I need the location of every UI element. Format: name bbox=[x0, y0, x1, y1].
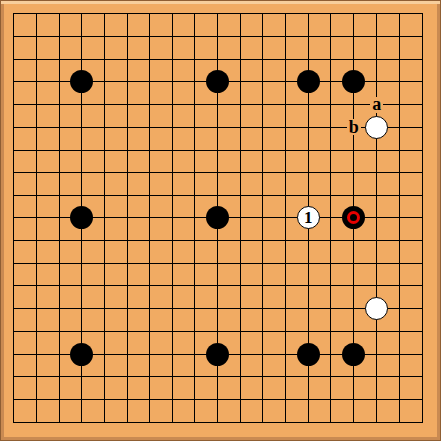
intersection bbox=[3, 93, 26, 116]
intersection bbox=[161, 229, 184, 252]
intersection bbox=[297, 366, 320, 389]
intersection bbox=[297, 116, 320, 139]
intersection bbox=[138, 184, 161, 207]
intersection bbox=[320, 25, 343, 48]
intersection bbox=[342, 411, 365, 434]
intersection bbox=[161, 320, 184, 343]
intersection bbox=[3, 184, 26, 207]
intersection bbox=[229, 366, 252, 389]
intersection bbox=[183, 161, 206, 184]
intersection bbox=[93, 388, 116, 411]
intersection bbox=[411, 139, 434, 162]
intersection bbox=[320, 48, 343, 71]
intersection bbox=[411, 366, 434, 389]
intersection bbox=[25, 3, 48, 26]
intersection bbox=[116, 25, 139, 48]
intersection bbox=[411, 206, 434, 229]
intersection bbox=[25, 297, 48, 320]
intersection bbox=[116, 343, 139, 366]
intersection bbox=[365, 320, 388, 343]
intersection bbox=[183, 139, 206, 162]
intersection bbox=[297, 388, 320, 411]
intersection bbox=[388, 116, 411, 139]
intersection bbox=[229, 48, 252, 71]
intersection bbox=[411, 275, 434, 298]
intersection bbox=[252, 275, 275, 298]
intersection bbox=[365, 48, 388, 71]
intersection bbox=[48, 275, 71, 298]
intersection bbox=[388, 139, 411, 162]
intersection bbox=[229, 184, 252, 207]
intersection bbox=[252, 411, 275, 434]
intersection bbox=[116, 275, 139, 298]
intersection bbox=[320, 388, 343, 411]
intersection bbox=[297, 139, 320, 162]
intersection bbox=[297, 161, 320, 184]
intersection bbox=[93, 70, 116, 93]
intersection bbox=[138, 366, 161, 389]
intersection bbox=[320, 252, 343, 275]
intersection bbox=[206, 388, 229, 411]
intersection bbox=[411, 388, 434, 411]
intersection bbox=[342, 93, 365, 116]
intersection bbox=[252, 25, 275, 48]
intersection bbox=[25, 252, 48, 275]
intersection bbox=[161, 184, 184, 207]
intersection bbox=[229, 343, 252, 366]
board-label-a: a bbox=[370, 97, 383, 113]
intersection bbox=[365, 411, 388, 434]
black-stone-P10 bbox=[342, 206, 365, 229]
intersection bbox=[411, 93, 434, 116]
intersection bbox=[161, 366, 184, 389]
intersection bbox=[388, 3, 411, 26]
intersection bbox=[411, 297, 434, 320]
intersection bbox=[274, 320, 297, 343]
black-stone-D4 bbox=[70, 343, 93, 366]
intersection bbox=[116, 93, 139, 116]
intersection bbox=[365, 206, 388, 229]
intersection bbox=[161, 93, 184, 116]
intersection bbox=[365, 343, 388, 366]
intersection bbox=[183, 388, 206, 411]
circle-mark-icon bbox=[347, 211, 360, 224]
intersection bbox=[3, 139, 26, 162]
intersection bbox=[342, 3, 365, 26]
go-board: ab1 bbox=[0, 0, 441, 441]
intersection bbox=[365, 70, 388, 93]
intersection bbox=[116, 3, 139, 26]
intersection bbox=[342, 388, 365, 411]
intersection bbox=[48, 93, 71, 116]
intersection bbox=[320, 366, 343, 389]
intersection bbox=[183, 229, 206, 252]
intersection bbox=[116, 184, 139, 207]
black-stone-N4 bbox=[297, 343, 320, 366]
intersection bbox=[25, 366, 48, 389]
intersection bbox=[229, 229, 252, 252]
intersection bbox=[138, 320, 161, 343]
intersection bbox=[3, 275, 26, 298]
intersection bbox=[342, 343, 365, 366]
intersection bbox=[206, 139, 229, 162]
intersection bbox=[229, 411, 252, 434]
intersection bbox=[365, 275, 388, 298]
intersection bbox=[93, 297, 116, 320]
intersection bbox=[25, 139, 48, 162]
intersection bbox=[229, 320, 252, 343]
intersection bbox=[320, 206, 343, 229]
intersection bbox=[183, 184, 206, 207]
intersection bbox=[25, 206, 48, 229]
intersection bbox=[342, 275, 365, 298]
intersection bbox=[274, 275, 297, 298]
intersection bbox=[365, 229, 388, 252]
intersection bbox=[70, 366, 93, 389]
intersection bbox=[297, 343, 320, 366]
intersection bbox=[229, 252, 252, 275]
intersection: a bbox=[365, 93, 388, 116]
intersection bbox=[183, 297, 206, 320]
intersection bbox=[365, 25, 388, 48]
intersection bbox=[25, 161, 48, 184]
intersection bbox=[297, 320, 320, 343]
intersection bbox=[297, 275, 320, 298]
intersection bbox=[388, 275, 411, 298]
intersection bbox=[274, 93, 297, 116]
intersection bbox=[320, 411, 343, 434]
black-stone-D16 bbox=[70, 70, 93, 93]
intersection bbox=[161, 297, 184, 320]
intersection bbox=[116, 320, 139, 343]
board-label-b: b bbox=[347, 119, 361, 135]
intersection bbox=[342, 229, 365, 252]
intersection bbox=[388, 411, 411, 434]
intersection bbox=[3, 116, 26, 139]
intersection bbox=[48, 320, 71, 343]
intersection bbox=[70, 70, 93, 93]
intersection bbox=[48, 3, 71, 26]
black-stone-K4 bbox=[206, 343, 229, 366]
intersection bbox=[252, 139, 275, 162]
intersection bbox=[388, 48, 411, 71]
intersection bbox=[138, 116, 161, 139]
intersection bbox=[388, 343, 411, 366]
intersection bbox=[183, 48, 206, 71]
intersection bbox=[161, 139, 184, 162]
intersection bbox=[297, 297, 320, 320]
intersection bbox=[93, 48, 116, 71]
intersection bbox=[342, 48, 365, 71]
intersection bbox=[229, 3, 252, 26]
intersection bbox=[3, 3, 26, 26]
intersection bbox=[93, 229, 116, 252]
intersection bbox=[3, 366, 26, 389]
intersection bbox=[25, 388, 48, 411]
intersection bbox=[320, 184, 343, 207]
intersection bbox=[297, 70, 320, 93]
intersection bbox=[70, 320, 93, 343]
intersection bbox=[70, 161, 93, 184]
intersection bbox=[3, 161, 26, 184]
intersection bbox=[274, 297, 297, 320]
intersection bbox=[93, 411, 116, 434]
intersection bbox=[48, 411, 71, 434]
intersection bbox=[138, 139, 161, 162]
intersection bbox=[252, 366, 275, 389]
intersection bbox=[342, 366, 365, 389]
intersection bbox=[116, 252, 139, 275]
intersection bbox=[365, 252, 388, 275]
intersection bbox=[206, 70, 229, 93]
intersection bbox=[48, 161, 71, 184]
intersection bbox=[342, 70, 365, 93]
intersection bbox=[138, 93, 161, 116]
intersection bbox=[229, 116, 252, 139]
intersection bbox=[411, 252, 434, 275]
intersection bbox=[161, 411, 184, 434]
intersection bbox=[411, 229, 434, 252]
intersection bbox=[183, 411, 206, 434]
intersection bbox=[161, 388, 184, 411]
intersection bbox=[320, 93, 343, 116]
intersection bbox=[388, 70, 411, 93]
intersection bbox=[161, 275, 184, 298]
intersection bbox=[183, 70, 206, 93]
intersection bbox=[342, 320, 365, 343]
intersection: b bbox=[342, 116, 365, 139]
intersection bbox=[48, 252, 71, 275]
intersection bbox=[93, 139, 116, 162]
intersection bbox=[3, 252, 26, 275]
intersection bbox=[274, 48, 297, 71]
black-stone-K16 bbox=[206, 70, 229, 93]
intersection bbox=[138, 275, 161, 298]
intersection bbox=[206, 93, 229, 116]
intersection bbox=[206, 116, 229, 139]
intersection bbox=[183, 25, 206, 48]
intersection bbox=[365, 3, 388, 26]
intersection bbox=[183, 93, 206, 116]
intersection bbox=[297, 411, 320, 434]
intersection bbox=[48, 366, 71, 389]
white-stone-N10: 1 bbox=[297, 206, 320, 229]
intersection bbox=[297, 3, 320, 26]
intersection bbox=[161, 25, 184, 48]
intersection bbox=[252, 70, 275, 93]
intersection bbox=[3, 343, 26, 366]
intersection bbox=[93, 161, 116, 184]
intersection bbox=[70, 388, 93, 411]
intersection bbox=[93, 25, 116, 48]
intersection bbox=[25, 275, 48, 298]
intersection bbox=[274, 229, 297, 252]
intersection bbox=[3, 48, 26, 71]
intersection bbox=[252, 48, 275, 71]
intersection bbox=[161, 343, 184, 366]
intersection bbox=[229, 93, 252, 116]
intersection bbox=[3, 297, 26, 320]
intersection bbox=[388, 184, 411, 207]
intersection bbox=[206, 3, 229, 26]
intersection bbox=[252, 388, 275, 411]
intersection bbox=[138, 206, 161, 229]
intersection bbox=[365, 161, 388, 184]
intersection bbox=[206, 184, 229, 207]
intersection bbox=[48, 139, 71, 162]
intersection bbox=[206, 366, 229, 389]
intersection bbox=[70, 3, 93, 26]
intersection bbox=[25, 48, 48, 71]
intersection bbox=[48, 116, 71, 139]
intersection bbox=[320, 161, 343, 184]
intersection bbox=[274, 388, 297, 411]
intersection bbox=[229, 70, 252, 93]
intersection bbox=[274, 139, 297, 162]
intersection bbox=[411, 161, 434, 184]
intersection bbox=[388, 388, 411, 411]
intersection bbox=[229, 275, 252, 298]
black-stone-P16 bbox=[342, 70, 365, 93]
intersection bbox=[252, 3, 275, 26]
intersection bbox=[25, 116, 48, 139]
intersection bbox=[138, 25, 161, 48]
intersection bbox=[70, 48, 93, 71]
intersection bbox=[25, 229, 48, 252]
intersection bbox=[252, 184, 275, 207]
intersection bbox=[388, 252, 411, 275]
intersection bbox=[252, 161, 275, 184]
intersection bbox=[206, 252, 229, 275]
black-stone-D10 bbox=[70, 206, 93, 229]
intersection bbox=[161, 48, 184, 71]
intersection bbox=[229, 206, 252, 229]
white-stone-Q6 bbox=[365, 297, 388, 320]
intersection bbox=[274, 25, 297, 48]
intersection bbox=[25, 411, 48, 434]
intersection bbox=[320, 275, 343, 298]
intersection bbox=[274, 116, 297, 139]
intersection bbox=[93, 93, 116, 116]
intersection bbox=[25, 25, 48, 48]
intersection bbox=[342, 25, 365, 48]
intersection bbox=[48, 25, 71, 48]
intersection bbox=[252, 320, 275, 343]
intersection bbox=[274, 366, 297, 389]
intersection bbox=[70, 252, 93, 275]
intersection bbox=[365, 297, 388, 320]
intersection bbox=[70, 206, 93, 229]
intersection bbox=[411, 184, 434, 207]
intersection bbox=[161, 161, 184, 184]
intersection bbox=[3, 229, 26, 252]
intersection bbox=[161, 206, 184, 229]
intersection bbox=[365, 139, 388, 162]
intersection bbox=[116, 48, 139, 71]
intersection bbox=[411, 3, 434, 26]
intersection bbox=[183, 206, 206, 229]
intersection bbox=[116, 388, 139, 411]
intersection bbox=[116, 206, 139, 229]
intersection bbox=[297, 93, 320, 116]
intersection bbox=[93, 366, 116, 389]
intersection bbox=[388, 25, 411, 48]
intersection bbox=[138, 229, 161, 252]
intersection bbox=[48, 229, 71, 252]
intersection bbox=[274, 184, 297, 207]
intersection bbox=[70, 93, 93, 116]
intersection bbox=[365, 388, 388, 411]
intersection bbox=[183, 275, 206, 298]
intersection bbox=[206, 229, 229, 252]
intersection bbox=[252, 229, 275, 252]
intersection bbox=[93, 252, 116, 275]
intersection bbox=[229, 25, 252, 48]
intersection bbox=[161, 70, 184, 93]
intersection bbox=[297, 229, 320, 252]
intersection bbox=[206, 48, 229, 71]
intersection bbox=[252, 252, 275, 275]
intersection bbox=[93, 275, 116, 298]
intersection bbox=[229, 161, 252, 184]
intersection bbox=[138, 70, 161, 93]
intersection bbox=[3, 70, 26, 93]
intersection bbox=[70, 184, 93, 207]
intersection bbox=[274, 252, 297, 275]
intersection bbox=[93, 320, 116, 343]
intersection bbox=[70, 139, 93, 162]
intersection bbox=[25, 93, 48, 116]
intersection bbox=[70, 275, 93, 298]
intersection bbox=[93, 3, 116, 26]
board-grid: ab1 bbox=[3, 3, 434, 434]
intersection bbox=[3, 206, 26, 229]
intersection bbox=[116, 366, 139, 389]
intersection bbox=[342, 206, 365, 229]
intersection bbox=[297, 252, 320, 275]
intersection bbox=[342, 161, 365, 184]
intersection bbox=[116, 70, 139, 93]
intersection bbox=[229, 297, 252, 320]
intersection bbox=[388, 297, 411, 320]
intersection bbox=[3, 25, 26, 48]
intersection bbox=[161, 116, 184, 139]
intersection bbox=[274, 411, 297, 434]
intersection bbox=[206, 320, 229, 343]
intersection bbox=[48, 388, 71, 411]
intersection bbox=[206, 297, 229, 320]
intersection bbox=[183, 252, 206, 275]
intersection bbox=[183, 116, 206, 139]
intersection bbox=[3, 411, 26, 434]
intersection bbox=[365, 366, 388, 389]
intersection bbox=[206, 343, 229, 366]
intersection bbox=[342, 139, 365, 162]
intersection bbox=[411, 411, 434, 434]
black-stone-P4 bbox=[342, 343, 365, 366]
intersection bbox=[274, 161, 297, 184]
intersection bbox=[274, 70, 297, 93]
intersection bbox=[252, 93, 275, 116]
intersection bbox=[365, 116, 388, 139]
intersection bbox=[365, 184, 388, 207]
intersection bbox=[411, 70, 434, 93]
intersection bbox=[116, 139, 139, 162]
intersection bbox=[48, 297, 71, 320]
intersection bbox=[183, 366, 206, 389]
intersection bbox=[3, 320, 26, 343]
black-stone-N16 bbox=[297, 70, 320, 93]
